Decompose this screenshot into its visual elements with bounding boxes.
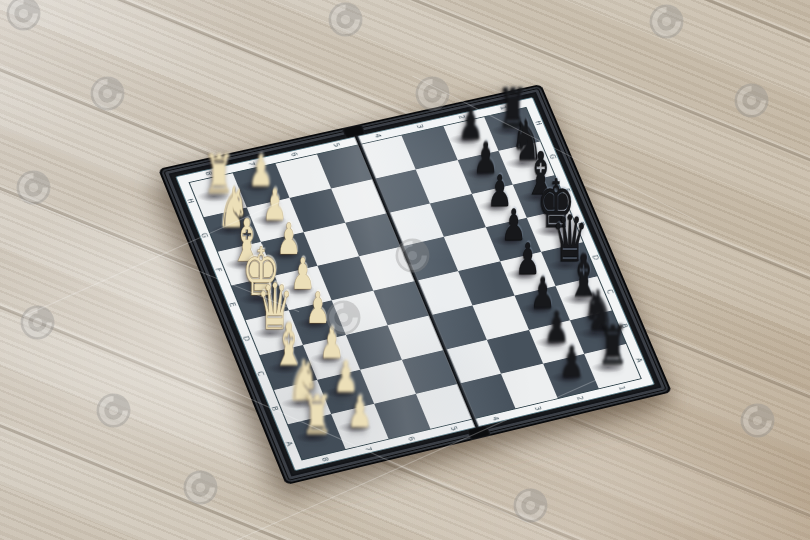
watermark-logo-icon [15, 169, 52, 206]
photo-scene: 8877665544332211HHGGFFEEDDCCBBAA ♜♟♞♟♟♜♝… [0, 0, 810, 540]
watermark-logo-icon [182, 469, 219, 506]
watermark-logo-icon [95, 392, 132, 429]
watermark-logo-icon [394, 237, 431, 274]
watermark-logo-icon [89, 75, 126, 112]
watermark-logo-icon [739, 402, 776, 439]
watermark-logo-icon [648, 3, 685, 40]
watermark-logo-icon [327, 1, 364, 38]
watermark-logo-icon [325, 299, 362, 336]
watermark-logo-icon [5, 0, 42, 32]
watermark-logo-icon [733, 82, 770, 119]
